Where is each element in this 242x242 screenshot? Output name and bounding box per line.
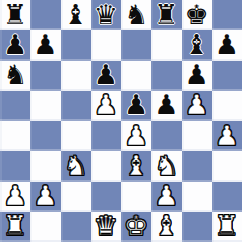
square-d5[interactable]: ♟ [91, 91, 121, 121]
square-c5[interactable] [61, 91, 91, 121]
square-g5[interactable]: ♟ [182, 91, 212, 121]
square-c2[interactable] [61, 182, 91, 212]
piece-black-queen[interactable]: ♛ [94, 1, 118, 28]
piece-black-rook[interactable]: ♜ [154, 1, 178, 28]
square-d2[interactable] [91, 182, 121, 212]
square-b4[interactable] [30, 121, 60, 151]
square-d6[interactable]: ♟ [91, 61, 121, 91]
square-h6[interactable] [212, 61, 242, 91]
piece-white-pawn[interactable]: ♟ [94, 91, 118, 118]
piece-black-pawn[interactable]: ♟ [33, 31, 57, 58]
square-c3[interactable]: ♞ [61, 151, 91, 181]
square-c8[interactable]: ♝ [61, 0, 91, 30]
piece-black-knight[interactable]: ♞ [3, 61, 27, 88]
square-b3[interactable] [30, 151, 60, 181]
square-e2[interactable] [121, 182, 151, 212]
piece-black-bishop[interactable]: ♝ [64, 1, 88, 28]
square-f4[interactable] [151, 121, 181, 151]
square-g7[interactable]: ♝ [182, 30, 212, 60]
square-e6[interactable] [121, 61, 151, 91]
piece-black-pawn[interactable]: ♟ [154, 91, 178, 118]
square-a7[interactable]: ♟ [0, 30, 30, 60]
square-d1[interactable]: ♛ [91, 212, 121, 242]
square-g1[interactable] [182, 212, 212, 242]
square-b8[interactable] [30, 0, 60, 30]
square-e8[interactable]: ♞ [121, 0, 151, 30]
square-c4[interactable] [61, 121, 91, 151]
piece-white-pawn[interactable]: ♟ [215, 122, 239, 149]
piece-white-knight[interactable]: ♞ [64, 152, 88, 179]
square-g6[interactable]: ♟ [182, 61, 212, 91]
piece-black-knight[interactable]: ♞ [124, 1, 148, 28]
square-b2[interactable]: ♟ [30, 182, 60, 212]
square-e4[interactable]: ♟ [121, 121, 151, 151]
piece-black-pawn[interactable]: ♟ [185, 61, 209, 88]
square-f2[interactable]: ♟ [151, 182, 181, 212]
square-b1[interactable] [30, 212, 60, 242]
square-e3[interactable]: ♝ [121, 151, 151, 181]
piece-black-bishop[interactable]: ♝ [185, 31, 209, 58]
square-a2[interactable]: ♟ [0, 182, 30, 212]
square-h1[interactable]: ♜ [212, 212, 242, 242]
chess-board: ♜♝♛♞♜♚♟♟♝♟♞♟♟♟♟♟♟♟♟♞♝♞♟♟♟♜♛♚♝♜ [0, 0, 242, 242]
square-a5[interactable] [0, 91, 30, 121]
square-f3[interactable]: ♞ [151, 151, 181, 181]
square-g3[interactable] [182, 151, 212, 181]
square-h3[interactable] [212, 151, 242, 181]
piece-black-pawn[interactable]: ♟ [215, 31, 239, 58]
piece-white-rook[interactable]: ♜ [215, 212, 239, 239]
square-h5[interactable] [212, 91, 242, 121]
square-g2[interactable] [182, 182, 212, 212]
square-g4[interactable] [182, 121, 212, 151]
square-c6[interactable] [61, 61, 91, 91]
square-b6[interactable] [30, 61, 60, 91]
square-e1[interactable]: ♚ [121, 212, 151, 242]
square-g8[interactable]: ♚ [182, 0, 212, 30]
piece-black-pawn[interactable]: ♟ [124, 91, 148, 118]
square-f6[interactable] [151, 61, 181, 91]
square-c1[interactable] [61, 212, 91, 242]
square-d3[interactable] [91, 151, 121, 181]
square-f1[interactable]: ♝ [151, 212, 181, 242]
square-b7[interactable]: ♟ [30, 30, 60, 60]
square-h4[interactable]: ♟ [212, 121, 242, 151]
square-b5[interactable] [30, 91, 60, 121]
piece-white-pawn[interactable]: ♟ [33, 182, 57, 209]
square-f8[interactable]: ♜ [151, 0, 181, 30]
piece-white-pawn[interactable]: ♟ [3, 182, 27, 209]
piece-white-pawn[interactable]: ♟ [154, 182, 178, 209]
square-e7[interactable] [121, 30, 151, 60]
square-h8[interactable] [212, 0, 242, 30]
square-a4[interactable] [0, 121, 30, 151]
piece-black-rook[interactable]: ♜ [3, 1, 27, 28]
piece-black-pawn[interactable]: ♟ [3, 31, 27, 58]
piece-black-pawn[interactable]: ♟ [94, 61, 118, 88]
square-d7[interactable] [91, 30, 121, 60]
square-a3[interactable] [0, 151, 30, 181]
square-h7[interactable]: ♟ [212, 30, 242, 60]
square-a6[interactable]: ♞ [0, 61, 30, 91]
square-d8[interactable]: ♛ [91, 0, 121, 30]
piece-white-queen[interactable]: ♛ [94, 212, 118, 239]
square-f5[interactable]: ♟ [151, 91, 181, 121]
piece-white-bishop[interactable]: ♝ [154, 212, 178, 239]
square-a8[interactable]: ♜ [0, 0, 30, 30]
square-f7[interactable] [151, 30, 181, 60]
piece-white-pawn[interactable]: ♟ [185, 91, 209, 118]
square-a1[interactable]: ♜ [0, 212, 30, 242]
square-d4[interactable] [91, 121, 121, 151]
square-e5[interactable]: ♟ [121, 91, 151, 121]
piece-white-king[interactable]: ♚ [124, 212, 148, 239]
piece-white-bishop[interactable]: ♝ [124, 152, 148, 179]
square-h2[interactable] [212, 182, 242, 212]
piece-white-rook[interactable]: ♜ [3, 212, 27, 239]
piece-black-king[interactable]: ♚ [185, 1, 209, 28]
square-c7[interactable] [61, 30, 91, 60]
piece-white-pawn[interactable]: ♟ [124, 122, 148, 149]
piece-white-knight[interactable]: ♞ [154, 152, 178, 179]
